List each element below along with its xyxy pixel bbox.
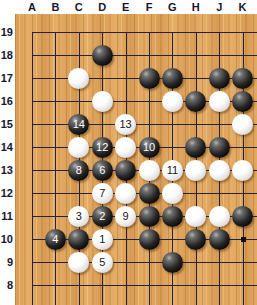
stone-black-J14[interactable] — [209, 137, 230, 158]
col-label-A: A — [24, 0, 40, 14]
move-number: 5 — [99, 252, 105, 273]
row-label-18: 18 — [0, 48, 13, 62]
move-number: 3 — [76, 206, 82, 227]
grid-line-col-B — [55, 32, 56, 305]
stone-white-J16[interactable] — [209, 91, 230, 112]
stone-black-H14[interactable] — [185, 137, 206, 158]
row-label-8: 8 — [0, 278, 13, 292]
stone-black-G17[interactable] — [162, 68, 183, 89]
stone-black-D14[interactable]: 12 — [92, 137, 113, 158]
stone-white-E15[interactable]: 13 — [115, 114, 136, 135]
go-diagram: 1412108624131173915 ABCDEFGHJK1918171615… — [0, 0, 257, 305]
stone-black-C15[interactable]: 14 — [68, 114, 89, 135]
stone-white-C9[interactable] — [68, 252, 89, 273]
row-label-16: 16 — [0, 94, 13, 108]
move-number: 1 — [99, 229, 105, 250]
star-point-K10 — [241, 237, 246, 242]
move-number: 2 — [99, 206, 105, 227]
stone-black-C10[interactable] — [68, 229, 89, 250]
stone-white-D9[interactable]: 5 — [92, 252, 113, 273]
row-label-9: 9 — [0, 255, 13, 269]
col-label-D: D — [94, 0, 110, 14]
stone-white-D16[interactable] — [92, 91, 113, 112]
row-label-11: 11 — [0, 209, 13, 223]
col-label-H: H — [188, 0, 204, 14]
stone-white-D12[interactable]: 7 — [92, 183, 113, 204]
stone-white-G13[interactable]: 11 — [162, 160, 183, 181]
move-number: 8 — [76, 160, 82, 181]
move-number: 10 — [143, 137, 155, 158]
stone-white-G16[interactable] — [162, 91, 183, 112]
grid-line-row-9 — [32, 262, 257, 263]
stone-black-H16[interactable] — [185, 91, 206, 112]
stone-white-E11[interactable]: 9 — [115, 206, 136, 227]
move-number: 11 — [167, 160, 178, 181]
stone-black-D18[interactable] — [92, 45, 113, 66]
go-board[interactable]: 1412108624131173915 — [15, 14, 257, 305]
row-label-10: 10 — [0, 232, 13, 246]
grid-line-row-18 — [32, 55, 257, 56]
move-number: 14 — [73, 114, 85, 135]
move-number: 13 — [119, 114, 131, 135]
stone-white-K15[interactable] — [232, 114, 253, 135]
row-label-14: 14 — [0, 140, 13, 154]
stone-black-F10[interactable] — [139, 229, 160, 250]
col-label-C: C — [71, 0, 87, 14]
stone-white-E14[interactable] — [115, 137, 136, 158]
col-label-G: G — [164, 0, 180, 14]
stone-black-K11[interactable] — [232, 206, 253, 227]
row-label-15: 15 — [0, 117, 13, 131]
stone-white-J13[interactable] — [209, 160, 230, 181]
stone-black-G11[interactable] — [162, 206, 183, 227]
grid-line-row-19 — [32, 32, 257, 33]
stone-white-K13[interactable] — [232, 160, 253, 181]
stone-black-F12[interactable] — [139, 183, 160, 204]
col-label-J: J — [211, 0, 227, 14]
stone-white-C14[interactable] — [68, 137, 89, 158]
stone-black-D13[interactable]: 6 — [92, 160, 113, 181]
stone-black-F14[interactable]: 10 — [139, 137, 160, 158]
stone-black-B10[interactable]: 4 — [45, 229, 66, 250]
stone-black-J10[interactable] — [209, 229, 230, 250]
stone-black-K16[interactable] — [232, 91, 253, 112]
stone-black-H10[interactable] — [185, 229, 206, 250]
stone-white-C17[interactable] — [68, 68, 89, 89]
grid-line-col-A — [32, 32, 33, 305]
col-label-E: E — [118, 0, 134, 14]
stone-black-G9[interactable] — [162, 252, 183, 273]
stone-black-J17[interactable] — [209, 68, 230, 89]
stone-white-C11[interactable]: 3 — [68, 206, 89, 227]
stone-black-K17[interactable] — [232, 68, 253, 89]
col-label-B: B — [47, 0, 63, 14]
stone-white-H13[interactable] — [185, 160, 206, 181]
stone-black-E13[interactable] — [115, 160, 136, 181]
stone-black-F17[interactable] — [139, 68, 160, 89]
stone-black-C13[interactable]: 8 — [68, 160, 89, 181]
row-label-12: 12 — [0, 186, 13, 200]
move-number: 12 — [96, 137, 108, 158]
grid-line-row-8 — [32, 285, 257, 286]
stone-white-D10[interactable]: 1 — [92, 229, 113, 250]
row-label-13: 13 — [0, 163, 13, 177]
stone-black-D11[interactable]: 2 — [92, 206, 113, 227]
move-number: 7 — [99, 183, 105, 204]
stone-black-F11[interactable] — [139, 206, 160, 227]
col-label-K: K — [235, 0, 251, 14]
stone-white-E12[interactable] — [115, 183, 136, 204]
move-number: 9 — [123, 206, 129, 227]
col-label-F: F — [141, 0, 157, 14]
row-label-17: 17 — [0, 71, 13, 85]
move-number: 6 — [99, 160, 105, 181]
move-number: 4 — [52, 229, 58, 250]
stone-white-G12[interactable] — [162, 183, 183, 204]
stone-white-J11[interactable] — [209, 206, 230, 227]
grid-line-row-15 — [32, 124, 257, 125]
row-label-19: 19 — [0, 25, 13, 39]
stone-white-F13[interactable] — [139, 160, 160, 181]
stone-white-H11[interactable] — [185, 206, 206, 227]
